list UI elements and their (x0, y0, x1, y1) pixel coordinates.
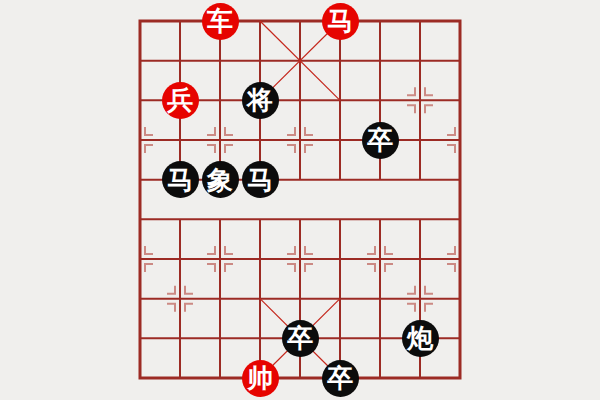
piece-layer: 车马兵将卒马象马卒炮帅卒 (120, 1, 480, 398)
piece-black-elephant[interactable]: 象 (202, 161, 239, 198)
piece-red-chariot[interactable]: 车 (202, 3, 239, 40)
piece-black-general[interactable]: 将 (242, 82, 279, 119)
piece-black-soldier-1[interactable]: 卒 (362, 122, 399, 159)
piece-black-soldier-3[interactable]: 卒 (322, 360, 359, 397)
xiangqi-diagram: 车马兵将卒马象马卒炮帅卒 (0, 0, 600, 400)
piece-black-horse-2[interactable]: 马 (242, 161, 279, 198)
piece-black-horse-1[interactable]: 马 (162, 161, 199, 198)
piece-black-soldier-2[interactable]: 卒 (282, 320, 319, 357)
piece-red-soldier[interactable]: 兵 (162, 82, 199, 119)
piece-black-cannon[interactable]: 炮 (402, 320, 439, 357)
piece-red-general[interactable]: 帅 (242, 360, 279, 397)
piece-red-horse[interactable]: 马 (322, 3, 359, 40)
